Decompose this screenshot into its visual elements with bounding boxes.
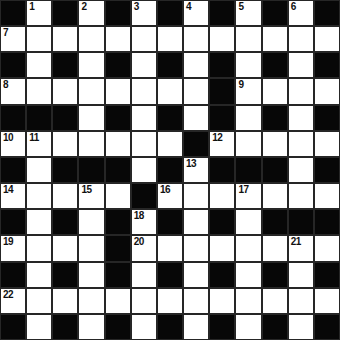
letter-cell-r7c10[interactable] — [262, 183, 288, 209]
clue-number-3: 3 — [134, 1, 139, 12]
clue-number-22: 22 — [3, 289, 13, 300]
letter-cell-r3c9[interactable]: 9 — [235, 78, 261, 104]
letter-cell-r9c5[interactable]: 20 — [131, 235, 157, 261]
block-cell-r12c2 — [52, 314, 78, 340]
letter-cell-r1c2[interactable] — [52, 26, 78, 52]
letter-cell-r5c0[interactable]: 10 — [0, 131, 26, 157]
letter-cell-r8c3[interactable] — [78, 209, 104, 235]
block-cell-r8c0 — [0, 209, 26, 235]
block-cell-r2c12 — [314, 52, 340, 78]
letter-cell-r1c9[interactable] — [235, 26, 261, 52]
letter-cell-r5c1[interactable]: 11 — [26, 131, 52, 157]
block-cell-r6c6 — [157, 157, 183, 183]
letter-cell-r5c5[interactable] — [131, 131, 157, 157]
letter-cell-r2c7[interactable] — [183, 52, 209, 78]
clue-number-19: 19 — [3, 236, 13, 247]
block-cell-r0c10 — [262, 0, 288, 26]
block-cell-r0c8 — [209, 0, 235, 26]
block-cell-r9c4 — [105, 235, 131, 261]
letter-cell-r11c3[interactable] — [78, 288, 104, 314]
letter-cell-r0c11[interactable]: 6 — [288, 0, 314, 26]
letter-cell-r1c8[interactable] — [209, 26, 235, 52]
clue-number-21: 21 — [291, 236, 301, 247]
letter-cell-r10c5[interactable] — [131, 262, 157, 288]
block-cell-r2c4 — [105, 52, 131, 78]
letter-cell-r8c9[interactable] — [235, 209, 261, 235]
letter-cell-r11c8[interactable] — [209, 288, 235, 314]
block-cell-r6c2 — [52, 157, 78, 183]
clue-number-8: 8 — [3, 79, 8, 90]
letter-cell-r7c4[interactable] — [105, 183, 131, 209]
letter-cell-r11c7[interactable] — [183, 288, 209, 314]
block-cell-r6c10 — [262, 157, 288, 183]
clue-number-14: 14 — [3, 184, 13, 195]
letter-cell-r11c12[interactable] — [314, 288, 340, 314]
letter-cell-r9c11[interactable]: 21 — [288, 235, 314, 261]
letter-cell-r1c4[interactable] — [105, 26, 131, 52]
letter-cell-r11c6[interactable] — [157, 288, 183, 314]
block-cell-r10c2 — [52, 262, 78, 288]
letter-cell-r4c7[interactable] — [183, 105, 209, 131]
block-cell-r8c11 — [288, 209, 314, 235]
letter-cell-r4c3[interactable] — [78, 105, 104, 131]
block-cell-r7c5 — [131, 183, 157, 209]
letter-cell-r6c7[interactable]: 13 — [183, 157, 209, 183]
letter-cell-r3c3[interactable] — [78, 78, 104, 104]
block-cell-r10c6 — [157, 262, 183, 288]
letter-cell-r3c0[interactable]: 8 — [0, 78, 26, 104]
block-cell-r4c2 — [52, 105, 78, 131]
block-cell-r0c2 — [52, 0, 78, 26]
block-cell-r8c6 — [157, 209, 183, 235]
letter-cell-r9c6[interactable] — [157, 235, 183, 261]
letter-cell-r8c1[interactable] — [26, 209, 52, 235]
letter-cell-r1c1[interactable] — [26, 26, 52, 52]
letter-cell-r0c1[interactable]: 1 — [26, 0, 52, 26]
clue-number-18: 18 — [134, 210, 144, 221]
letter-cell-r3c11[interactable] — [288, 78, 314, 104]
letter-cell-r5c10[interactable] — [262, 131, 288, 157]
block-cell-r8c12 — [314, 209, 340, 235]
block-cell-r12c0 — [0, 314, 26, 340]
letter-cell-r12c9[interactable] — [235, 314, 261, 340]
block-cell-r8c10 — [262, 209, 288, 235]
letter-cell-r2c9[interactable] — [235, 52, 261, 78]
letter-cell-r10c3[interactable] — [78, 262, 104, 288]
letter-cell-r7c2[interactable] — [52, 183, 78, 209]
block-cell-r12c10 — [262, 314, 288, 340]
letter-cell-r5c6[interactable] — [157, 131, 183, 157]
letter-cell-r0c3[interactable]: 2 — [78, 0, 104, 26]
clue-number-16: 16 — [160, 184, 170, 195]
letter-cell-r2c3[interactable] — [78, 52, 104, 78]
block-cell-r5c7 — [183, 131, 209, 157]
letter-cell-r8c5[interactable]: 18 — [131, 209, 157, 235]
block-cell-r10c10 — [262, 262, 288, 288]
block-cell-r8c4 — [105, 209, 131, 235]
letter-cell-r5c8[interactable]: 12 — [209, 131, 235, 157]
letter-cell-r7c12[interactable] — [314, 183, 340, 209]
letter-cell-r1c7[interactable] — [183, 26, 209, 52]
letter-cell-r1c12[interactable] — [314, 26, 340, 52]
block-cell-r2c8 — [209, 52, 235, 78]
letter-cell-r9c0[interactable]: 19 — [0, 235, 26, 261]
letter-cell-r9c2[interactable] — [52, 235, 78, 261]
block-cell-r2c2 — [52, 52, 78, 78]
letter-cell-r10c1[interactable] — [26, 262, 52, 288]
letter-cell-r11c9[interactable] — [235, 288, 261, 314]
block-cell-r6c0 — [0, 157, 26, 183]
letter-cell-r0c5[interactable]: 3 — [131, 0, 157, 26]
letter-cell-r11c2[interactable] — [52, 288, 78, 314]
block-cell-r4c0 — [0, 105, 26, 131]
block-cell-r4c1 — [26, 105, 52, 131]
letter-cell-r11c1[interactable] — [26, 288, 52, 314]
clue-number-1: 1 — [29, 1, 34, 12]
letter-cell-r0c9[interactable]: 5 — [235, 0, 261, 26]
clue-number-6: 6 — [291, 1, 296, 12]
letter-cell-r3c10[interactable] — [262, 78, 288, 104]
block-cell-r12c12 — [314, 314, 340, 340]
letter-cell-r2c11[interactable] — [288, 52, 314, 78]
letter-cell-r5c9[interactable] — [235, 131, 261, 157]
block-cell-r0c6 — [157, 0, 183, 26]
letter-cell-r9c3[interactable] — [78, 235, 104, 261]
clue-number-11: 11 — [29, 132, 39, 143]
letter-cell-r9c1[interactable] — [26, 235, 52, 261]
letter-cell-r3c5[interactable] — [131, 78, 157, 104]
letter-cell-r11c5[interactable] — [131, 288, 157, 314]
block-cell-r4c12 — [314, 105, 340, 131]
block-cell-r6c4 — [105, 157, 131, 183]
block-cell-r4c4 — [105, 105, 131, 131]
block-cell-r8c8 — [209, 209, 235, 235]
letter-cell-r2c5[interactable] — [131, 52, 157, 78]
letter-cell-r7c8[interactable] — [209, 183, 235, 209]
clue-number-12: 12 — [212, 132, 222, 143]
letter-cell-r7c11[interactable] — [288, 183, 314, 209]
clue-number-4: 4 — [186, 1, 191, 12]
letter-cell-r7c3[interactable]: 15 — [78, 183, 104, 209]
letter-cell-r1c5[interactable] — [131, 26, 157, 52]
crossword-grid: 12345678910111213141516171819202122 — [0, 0, 340, 340]
letter-cell-r12c3[interactable] — [78, 314, 104, 340]
block-cell-r2c6 — [157, 52, 183, 78]
letter-cell-r10c7[interactable] — [183, 262, 209, 288]
clue-number-7: 7 — [3, 27, 8, 38]
letter-cell-r7c1[interactable] — [26, 183, 52, 209]
letter-cell-r12c7[interactable] — [183, 314, 209, 340]
block-cell-r0c12 — [314, 0, 340, 26]
letter-cell-r6c11[interactable] — [288, 157, 314, 183]
letter-cell-r4c9[interactable] — [235, 105, 261, 131]
letter-cell-r8c7[interactable] — [183, 209, 209, 235]
letter-cell-r1c10[interactable] — [262, 26, 288, 52]
clue-number-20: 20 — [134, 236, 144, 247]
letter-cell-r4c5[interactable] — [131, 105, 157, 131]
letter-cell-r3c7[interactable] — [183, 78, 209, 104]
letter-cell-r11c0[interactable]: 22 — [0, 288, 26, 314]
letter-cell-r1c6[interactable] — [157, 26, 183, 52]
block-cell-r4c6 — [157, 105, 183, 131]
block-cell-r0c4 — [105, 0, 131, 26]
letter-cell-r12c5[interactable] — [131, 314, 157, 340]
letter-cell-r4c11[interactable] — [288, 105, 314, 131]
letter-cell-r10c9[interactable] — [235, 262, 261, 288]
letter-cell-r3c2[interactable] — [52, 78, 78, 104]
block-cell-r12c8 — [209, 314, 235, 340]
letter-cell-r3c12[interactable] — [314, 78, 340, 104]
letter-cell-r5c4[interactable] — [105, 131, 131, 157]
letter-cell-r1c0[interactable]: 7 — [0, 26, 26, 52]
letter-cell-r9c12[interactable] — [314, 235, 340, 261]
letter-cell-r7c6[interactable]: 16 — [157, 183, 183, 209]
letter-cell-r7c0[interactable]: 14 — [0, 183, 26, 209]
clue-number-15: 15 — [81, 184, 91, 195]
letter-cell-r9c10[interactable] — [262, 235, 288, 261]
letter-cell-r11c11[interactable] — [288, 288, 314, 314]
letter-cell-r2c1[interactable] — [26, 52, 52, 78]
letter-cell-r9c8[interactable] — [209, 235, 235, 261]
letter-cell-r3c6[interactable] — [157, 78, 183, 104]
clue-number-9: 9 — [238, 79, 243, 90]
clue-number-17: 17 — [238, 184, 248, 195]
letter-cell-r3c4[interactable] — [105, 78, 131, 104]
letter-cell-r1c11[interactable] — [288, 26, 314, 52]
block-cell-r0c0 — [0, 0, 26, 26]
letter-cell-r11c10[interactable] — [262, 288, 288, 314]
letter-cell-r6c5[interactable] — [131, 157, 157, 183]
letter-cell-r6c1[interactable] — [26, 157, 52, 183]
letter-cell-r12c11[interactable] — [288, 314, 314, 340]
block-cell-r12c6 — [157, 314, 183, 340]
clue-number-13: 13 — [186, 158, 196, 169]
block-cell-r10c0 — [0, 262, 26, 288]
letter-cell-r1c3[interactable] — [78, 26, 104, 52]
clue-number-2: 2 — [81, 1, 86, 12]
block-cell-r6c9 — [235, 157, 261, 183]
letter-cell-r5c12[interactable] — [314, 131, 340, 157]
block-cell-r2c0 — [0, 52, 26, 78]
block-cell-r12c4 — [105, 314, 131, 340]
block-cell-r10c8 — [209, 262, 235, 288]
letter-cell-r9c7[interactable] — [183, 235, 209, 261]
block-cell-r8c2 — [52, 209, 78, 235]
letter-cell-r9c9[interactable] — [235, 235, 261, 261]
block-cell-r4c10 — [262, 105, 288, 131]
block-cell-r4c8 — [209, 105, 235, 131]
letter-cell-r7c7[interactable] — [183, 183, 209, 209]
letter-cell-r5c11[interactable] — [288, 131, 314, 157]
block-cell-r10c12 — [314, 262, 340, 288]
letter-cell-r5c3[interactable] — [78, 131, 104, 157]
letter-cell-r5c2[interactable] — [52, 131, 78, 157]
letter-cell-r3c1[interactable] — [26, 78, 52, 104]
letter-cell-r11c4[interactable] — [105, 288, 131, 314]
block-cell-r6c3 — [78, 157, 104, 183]
letter-cell-r10c11[interactable] — [288, 262, 314, 288]
letter-cell-r0c7[interactable]: 4 — [183, 0, 209, 26]
letter-cell-r12c1[interactable] — [26, 314, 52, 340]
letter-cell-r7c9[interactable]: 17 — [235, 183, 261, 209]
block-cell-r6c8 — [209, 157, 235, 183]
clue-number-5: 5 — [238, 1, 243, 12]
clue-number-10: 10 — [3, 132, 13, 143]
block-cell-r2c10 — [262, 52, 288, 78]
block-cell-r6c12 — [314, 157, 340, 183]
block-cell-r3c8 — [209, 78, 235, 104]
block-cell-r10c4 — [105, 262, 131, 288]
